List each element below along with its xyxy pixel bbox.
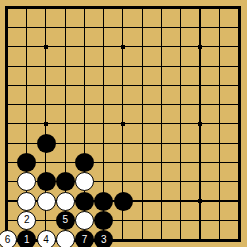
board-intersection[interactable] xyxy=(190,95,209,114)
move-number: 7 xyxy=(82,234,88,244)
board-intersection[interactable] xyxy=(17,134,36,153)
board-intersection[interactable] xyxy=(171,172,190,191)
board-intersection[interactable] xyxy=(36,18,55,37)
board-intersection[interactable] xyxy=(190,191,209,210)
board-intersection[interactable] xyxy=(0,134,17,153)
board-intersection[interactable] xyxy=(152,57,171,76)
board-intersection[interactable] xyxy=(152,191,171,210)
board-intersection[interactable] xyxy=(190,211,209,230)
board-intersection[interactable] xyxy=(171,211,190,230)
board-intersection[interactable] xyxy=(210,37,229,56)
board-intersection[interactable] xyxy=(152,37,171,56)
board-intersection[interactable] xyxy=(94,95,113,114)
board-intersection[interactable] xyxy=(36,37,55,56)
black-stone xyxy=(114,192,133,211)
board-intersection[interactable] xyxy=(190,153,209,172)
black-stone: 5 xyxy=(56,211,75,230)
board-intersection[interactable]: 2 xyxy=(17,211,36,230)
board-intersection[interactable] xyxy=(17,0,36,18)
white-stone: 6 xyxy=(0,230,17,247)
board-intersection[interactable] xyxy=(133,114,152,133)
board-intersection[interactable] xyxy=(133,211,152,230)
board-intersection[interactable]: 6 xyxy=(0,230,17,247)
board-intersection[interactable] xyxy=(0,172,17,191)
board-intersection[interactable] xyxy=(113,37,132,56)
board-intersection[interactable] xyxy=(17,114,36,133)
board-intersection[interactable] xyxy=(94,0,113,18)
board-intersection[interactable] xyxy=(210,114,229,133)
board-intersection[interactable] xyxy=(94,114,113,133)
board-intersection[interactable] xyxy=(210,153,229,172)
board-intersection[interactable] xyxy=(75,114,94,133)
white-stone xyxy=(75,172,94,191)
board-intersection[interactable] xyxy=(75,134,94,153)
board-intersection[interactable] xyxy=(56,0,75,18)
board-intersection[interactable] xyxy=(56,153,75,172)
black-stone xyxy=(17,153,36,172)
board-intersection[interactable] xyxy=(229,211,247,230)
board-intersection[interactable] xyxy=(171,18,190,37)
black-stone: 1 xyxy=(17,230,36,247)
board-intersection[interactable] xyxy=(210,230,229,247)
board-intersection[interactable] xyxy=(56,114,75,133)
board-intersection[interactable] xyxy=(0,57,17,76)
board-intersection[interactable] xyxy=(171,114,190,133)
board-intersection[interactable] xyxy=(75,57,94,76)
board-intersection[interactable] xyxy=(229,57,247,76)
board-intersection[interactable] xyxy=(17,18,36,37)
black-stone xyxy=(37,134,56,153)
board-intersection[interactable] xyxy=(75,172,94,191)
board-intersection[interactable] xyxy=(75,37,94,56)
board-intersection[interactable] xyxy=(56,230,75,247)
board-intersection[interactable] xyxy=(229,191,247,210)
move-number: 5 xyxy=(63,215,69,225)
board-intersection[interactable] xyxy=(36,114,55,133)
board-intersection[interactable] xyxy=(152,18,171,37)
board-intersection[interactable]: 5 xyxy=(56,211,75,230)
board-intersection[interactable] xyxy=(113,95,132,114)
white-stone xyxy=(56,230,75,247)
board-intersection[interactable] xyxy=(152,134,171,153)
board-intersection[interactable]: 3 xyxy=(94,230,113,247)
board-intersection[interactable] xyxy=(0,18,17,37)
board-intersection[interactable] xyxy=(210,134,229,153)
board-intersection[interactable] xyxy=(56,57,75,76)
board-intersection[interactable] xyxy=(133,134,152,153)
board-intersection[interactable]: 1 xyxy=(17,230,36,247)
board-intersection[interactable] xyxy=(56,134,75,153)
move-number: 4 xyxy=(43,234,49,244)
board-intersection[interactable] xyxy=(36,95,55,114)
board-intersection[interactable] xyxy=(190,0,209,18)
board-intersection[interactable] xyxy=(113,191,132,210)
board-intersection[interactable] xyxy=(94,18,113,37)
board-intersection[interactable] xyxy=(133,230,152,247)
board-intersection[interactable] xyxy=(229,0,247,18)
board-intersection[interactable]: 7 xyxy=(75,230,94,247)
board-intersection[interactable] xyxy=(171,76,190,95)
board-intersection[interactable] xyxy=(94,172,113,191)
board-intersection[interactable] xyxy=(0,114,17,133)
board-intersection[interactable] xyxy=(210,95,229,114)
board-intersection[interactable] xyxy=(113,211,132,230)
board-intersection[interactable] xyxy=(171,230,190,247)
board-intersection[interactable] xyxy=(190,76,209,95)
board-intersection[interactable] xyxy=(113,134,132,153)
board-intersection[interactable] xyxy=(75,18,94,37)
board-intersection[interactable] xyxy=(75,76,94,95)
board-intersection[interactable] xyxy=(17,57,36,76)
board-intersection[interactable] xyxy=(75,0,94,18)
board-intersection[interactable] xyxy=(229,95,247,114)
board-intersection[interactable] xyxy=(75,211,94,230)
board-intersection[interactable] xyxy=(152,114,171,133)
board-intersection[interactable] xyxy=(152,76,171,95)
board-intersection[interactable]: 4 xyxy=(36,230,55,247)
board-intersection[interactable] xyxy=(229,134,247,153)
board-intersection[interactable] xyxy=(113,230,132,247)
white-stone xyxy=(17,172,36,191)
board-intersection[interactable] xyxy=(94,134,113,153)
board-intersection[interactable] xyxy=(210,57,229,76)
board-intersection[interactable] xyxy=(229,172,247,191)
board-intersection[interactable] xyxy=(36,211,55,230)
board-intersection[interactable] xyxy=(94,211,113,230)
board-intersection[interactable] xyxy=(152,0,171,18)
board-intersection[interactable] xyxy=(113,172,132,191)
board-intersection[interactable] xyxy=(190,57,209,76)
board-intersection[interactable] xyxy=(171,191,190,210)
board-intersection[interactable] xyxy=(0,95,17,114)
board-intersection[interactable] xyxy=(56,191,75,210)
board-intersection[interactable] xyxy=(17,191,36,210)
board-intersection[interactable] xyxy=(190,172,209,191)
white-stone xyxy=(17,192,36,211)
board-intersection[interactable] xyxy=(229,114,247,133)
board-intersection[interactable] xyxy=(133,37,152,56)
board-intersection[interactable] xyxy=(152,230,171,247)
board-intersection[interactable] xyxy=(56,172,75,191)
move-number: 6 xyxy=(5,234,11,244)
white-stone xyxy=(37,192,56,211)
board-intersection[interactable] xyxy=(113,18,132,37)
board-intersection[interactable] xyxy=(190,18,209,37)
white-stone xyxy=(75,211,94,230)
board-intersection[interactable] xyxy=(0,153,17,172)
white-stone: 4 xyxy=(37,230,56,247)
board-intersection[interactable] xyxy=(36,172,55,191)
board-intersection[interactable] xyxy=(210,76,229,95)
board-intersection[interactable] xyxy=(94,191,113,210)
board-intersection[interactable] xyxy=(0,211,17,230)
black-stone xyxy=(75,153,94,172)
board-intersection[interactable] xyxy=(56,18,75,37)
board-intersection[interactable] xyxy=(229,76,247,95)
board-intersection[interactable] xyxy=(17,153,36,172)
board-intersection[interactable] xyxy=(133,172,152,191)
board-intersection[interactable] xyxy=(152,95,171,114)
black-stone: 3 xyxy=(94,230,113,247)
board-intersection[interactable] xyxy=(171,95,190,114)
black-stone xyxy=(94,192,113,211)
board-intersection[interactable] xyxy=(94,37,113,56)
board-intersection[interactable] xyxy=(171,0,190,18)
board-intersection[interactable] xyxy=(210,0,229,18)
board-intersection[interactable] xyxy=(36,153,55,172)
board-intersection[interactable] xyxy=(75,95,94,114)
black-stone xyxy=(75,192,94,211)
board-intersection[interactable] xyxy=(133,191,152,210)
board-intersection[interactable] xyxy=(56,76,75,95)
board-intersection[interactable] xyxy=(17,37,36,56)
board-intersection[interactable] xyxy=(113,0,132,18)
board-intersection[interactable] xyxy=(133,57,152,76)
board-intersection[interactable] xyxy=(56,95,75,114)
board-intersection[interactable] xyxy=(210,18,229,37)
black-stone: 7 xyxy=(75,230,94,247)
board-intersection[interactable] xyxy=(190,134,209,153)
board-intersection[interactable] xyxy=(113,57,132,76)
board-intersection[interactable] xyxy=(171,37,190,56)
board-intersection[interactable] xyxy=(171,134,190,153)
board-intersection[interactable] xyxy=(36,0,55,18)
board-intersection[interactable] xyxy=(152,211,171,230)
board-intersection[interactable] xyxy=(133,18,152,37)
go-board-diagram: 2561473 xyxy=(0,0,247,247)
board-intersection[interactable] xyxy=(36,76,55,95)
board-intersection[interactable] xyxy=(113,114,132,133)
board-grid: 2561473 xyxy=(0,0,247,247)
board-intersection[interactable] xyxy=(133,76,152,95)
board-intersection[interactable] xyxy=(94,153,113,172)
board-intersection[interactable] xyxy=(190,114,209,133)
board-intersection[interactable] xyxy=(190,230,209,247)
board-intersection[interactable] xyxy=(229,153,247,172)
board-intersection[interactable] xyxy=(113,153,132,172)
board-intersection[interactable] xyxy=(17,95,36,114)
board-intersection[interactable] xyxy=(210,172,229,191)
board-intersection[interactable] xyxy=(210,191,229,210)
board-intersection[interactable] xyxy=(0,76,17,95)
board-intersection[interactable] xyxy=(36,57,55,76)
board-intersection[interactable] xyxy=(0,0,17,18)
board-intersection[interactable] xyxy=(133,0,152,18)
board-intersection[interactable] xyxy=(133,153,152,172)
move-number: 1 xyxy=(24,234,30,244)
board-intersection[interactable] xyxy=(133,95,152,114)
board-intersection[interactable] xyxy=(75,153,94,172)
board-intersection[interactable] xyxy=(0,191,17,210)
board-intersection[interactable] xyxy=(210,211,229,230)
board-intersection[interactable] xyxy=(229,18,247,37)
white-stone xyxy=(56,192,75,211)
board-intersection[interactable] xyxy=(94,76,113,95)
board-intersection[interactable] xyxy=(0,37,17,56)
board-intersection[interactable] xyxy=(94,57,113,76)
white-stone: 2 xyxy=(17,211,36,230)
board-intersection[interactable] xyxy=(36,191,55,210)
board-intersection[interactable] xyxy=(36,134,55,153)
board-intersection[interactable] xyxy=(75,191,94,210)
board-intersection[interactable] xyxy=(17,172,36,191)
board-intersection[interactable] xyxy=(56,37,75,56)
board-intersection[interactable] xyxy=(17,76,36,95)
board-intersection[interactable] xyxy=(171,153,190,172)
board-intersection[interactable] xyxy=(113,76,132,95)
black-stone xyxy=(37,172,56,191)
board-intersection[interactable] xyxy=(190,37,209,56)
black-stone xyxy=(56,172,75,191)
board-intersection[interactable] xyxy=(171,57,190,76)
black-stone xyxy=(94,211,113,230)
board-intersection[interactable] xyxy=(152,172,171,191)
board-intersection[interactable] xyxy=(229,37,247,56)
board-intersection[interactable] xyxy=(152,153,171,172)
move-number: 3 xyxy=(101,234,107,244)
board-intersection[interactable] xyxy=(229,230,247,247)
move-number: 2 xyxy=(24,215,30,225)
